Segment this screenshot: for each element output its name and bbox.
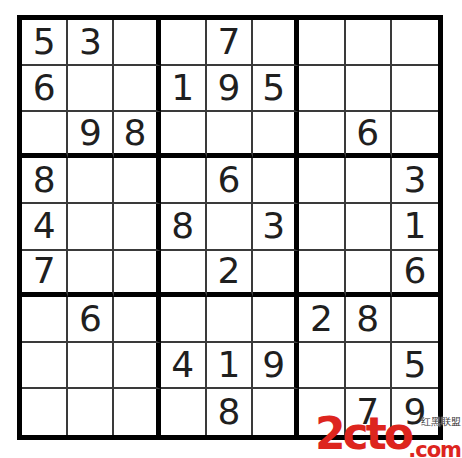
cell-r5c4[interactable]: 8 bbox=[161, 204, 207, 250]
cell-r7c1[interactable] bbox=[22, 297, 68, 343]
cell-r8c2[interactable] bbox=[68, 343, 114, 389]
cell-r9c6[interactable] bbox=[253, 389, 299, 435]
cell-r9c4[interactable] bbox=[161, 389, 207, 435]
cell-r6c6[interactable] bbox=[253, 251, 299, 297]
cell-r2c2[interactable] bbox=[68, 66, 114, 112]
cell-r1c4[interactable] bbox=[161, 20, 207, 66]
cell-r4c2[interactable] bbox=[68, 158, 114, 204]
cell-r9c5[interactable]: 8 bbox=[207, 389, 253, 435]
sudoku-page: 537619598686348317266284195879 2cto 红黑联盟… bbox=[0, 0, 462, 458]
cell-r5c7[interactable] bbox=[299, 204, 345, 250]
cell-r2c5[interactable]: 9 bbox=[207, 66, 253, 112]
cell-r6c1[interactable]: 7 bbox=[22, 251, 68, 297]
cell-r4c3[interactable] bbox=[114, 158, 160, 204]
sudoku-board: 537619598686348317266284195879 bbox=[17, 15, 443, 440]
cell-r9c2[interactable] bbox=[68, 389, 114, 435]
cell-r9c1[interactable] bbox=[22, 389, 68, 435]
cell-r8c3[interactable] bbox=[114, 343, 160, 389]
cell-r2c3[interactable] bbox=[114, 66, 160, 112]
cell-r7c8[interactable]: 8 bbox=[346, 297, 392, 343]
cell-r5c9[interactable]: 1 bbox=[392, 204, 438, 250]
cell-r2c6[interactable]: 5 bbox=[253, 66, 299, 112]
cell-r8c5[interactable]: 1 bbox=[207, 343, 253, 389]
cell-r6c7[interactable] bbox=[299, 251, 345, 297]
cell-r4c9[interactable]: 3 bbox=[392, 158, 438, 204]
cell-r6c2[interactable] bbox=[68, 251, 114, 297]
cell-r5c6[interactable]: 3 bbox=[253, 204, 299, 250]
cell-r2c7[interactable] bbox=[299, 66, 345, 112]
cell-r3c1[interactable] bbox=[22, 112, 68, 158]
cell-r4c8[interactable] bbox=[346, 158, 392, 204]
cell-r8c9[interactable]: 5 bbox=[392, 343, 438, 389]
cell-r3c8[interactable]: 6 bbox=[346, 112, 392, 158]
cell-r5c3[interactable] bbox=[114, 204, 160, 250]
cell-r9c7[interactable] bbox=[299, 389, 345, 435]
cell-r4c6[interactable] bbox=[253, 158, 299, 204]
watermark-domain-suffix: .com bbox=[408, 440, 461, 458]
cell-r6c4[interactable] bbox=[161, 251, 207, 297]
cell-r5c5[interactable] bbox=[207, 204, 253, 250]
cell-r7c2[interactable]: 6 bbox=[68, 297, 114, 343]
cell-r6c3[interactable] bbox=[114, 251, 160, 297]
cell-r8c4[interactable]: 4 bbox=[161, 343, 207, 389]
cell-r1c7[interactable] bbox=[299, 20, 345, 66]
cell-r2c4[interactable]: 1 bbox=[161, 66, 207, 112]
cell-r7c4[interactable] bbox=[161, 297, 207, 343]
cell-r1c1[interactable]: 5 bbox=[22, 20, 68, 66]
cell-r8c1[interactable] bbox=[22, 343, 68, 389]
cell-r7c5[interactable] bbox=[207, 297, 253, 343]
cell-r1c3[interactable] bbox=[114, 20, 160, 66]
cell-r3c7[interactable] bbox=[299, 112, 345, 158]
cell-r6c9[interactable]: 6 bbox=[392, 251, 438, 297]
cell-r4c5[interactable]: 6 bbox=[207, 158, 253, 204]
cell-r8c8[interactable] bbox=[346, 343, 392, 389]
cell-r5c8[interactable] bbox=[346, 204, 392, 250]
cell-r3c3[interactable]: 8 bbox=[114, 112, 160, 158]
cell-r1c9[interactable] bbox=[392, 20, 438, 66]
cell-r3c2[interactable]: 9 bbox=[68, 112, 114, 158]
cell-r2c1[interactable]: 6 bbox=[22, 66, 68, 112]
cell-r4c4[interactable] bbox=[161, 158, 207, 204]
cell-r2c9[interactable] bbox=[392, 66, 438, 112]
cell-r8c6[interactable]: 9 bbox=[253, 343, 299, 389]
cell-r1c5[interactable]: 7 bbox=[207, 20, 253, 66]
cell-r1c2[interactable]: 3 bbox=[68, 20, 114, 66]
cell-r9c3[interactable] bbox=[114, 389, 160, 435]
cell-r3c5[interactable] bbox=[207, 112, 253, 158]
cell-r9c9[interactable]: 9 bbox=[392, 389, 438, 435]
cell-r9c8[interactable]: 7 bbox=[346, 389, 392, 435]
cell-r3c6[interactable] bbox=[253, 112, 299, 158]
cell-r5c2[interactable] bbox=[68, 204, 114, 250]
cell-r1c8[interactable] bbox=[346, 20, 392, 66]
cell-r3c4[interactable] bbox=[161, 112, 207, 158]
cell-r5c1[interactable]: 4 bbox=[22, 204, 68, 250]
cell-r8c7[interactable] bbox=[299, 343, 345, 389]
cell-r1c6[interactable] bbox=[253, 20, 299, 66]
cell-r2c8[interactable] bbox=[346, 66, 392, 112]
cell-r4c1[interactable]: 8 bbox=[22, 158, 68, 204]
cell-r7c6[interactable] bbox=[253, 297, 299, 343]
cell-r4c7[interactable] bbox=[299, 158, 345, 204]
cell-r6c8[interactable] bbox=[346, 251, 392, 297]
cell-r7c3[interactable] bbox=[114, 297, 160, 343]
cell-r7c9[interactable] bbox=[392, 297, 438, 343]
cell-r3c9[interactable] bbox=[392, 112, 438, 158]
cell-r6c5[interactable]: 2 bbox=[207, 251, 253, 297]
cell-r7c7[interactable]: 2 bbox=[299, 297, 345, 343]
